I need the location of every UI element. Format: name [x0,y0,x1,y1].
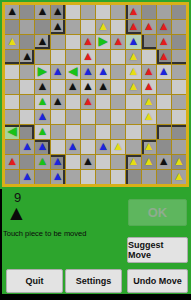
board-cell[interactable] [111,155,125,169]
board-cell[interactable] [111,20,125,34]
black-pawn: ▲ [6,5,18,17]
black-pawn: ▲ [52,5,64,17]
blue-pawn: ▲ [36,140,48,152]
board-cell[interactable] [142,125,156,139]
board-cell[interactable] [66,125,80,139]
ok-button[interactable]: OK [128,199,187,226]
board-frame: ▲▲▲▲▲▲▲▲▲▲▲▲▶▲▲▲▲▲▲▲▶▲◀▲▲▲▲▲▲▲▲▲▲▲▲▲▲▲▲▲… [2,2,189,187]
red-pawn: ▲ [82,95,94,107]
board-cell[interactable]: ▲ [66,140,80,154]
board-cell[interactable] [5,65,19,79]
board-cell[interactable]: ▲ [172,170,186,184]
blue-pawn: ▲ [97,140,109,152]
status-instruction: Touch piece to be moved [3,229,86,238]
black-pawn: ▲ [97,80,109,92]
black-pawn: ▲ [82,80,94,92]
yellow-pawn: ▲ [143,110,155,122]
red-pawn: ▲ [158,50,170,62]
board-cell[interactable]: ▲ [157,155,171,169]
board-cell[interactable] [111,95,125,109]
bottom-bar [0,294,191,300]
board-cell[interactable] [142,35,156,49]
board-cell[interactable] [51,50,65,64]
board-cell[interactable] [172,5,186,19]
board-cell[interactable]: ▲ [51,170,65,184]
yellow-pawn: ▲ [97,20,109,32]
red-pawn: ▲ [82,50,94,62]
board-cell[interactable] [96,125,110,139]
board-cell[interactable] [126,95,140,109]
red-pawn: ▲ [82,35,94,47]
board-cell[interactable] [20,125,34,139]
board-cell[interactable] [96,95,110,109]
board-cell[interactable] [157,5,171,19]
control-panel: 9 ▲ Touch piece to be moved OK Suggest M… [0,189,191,294]
board-cell[interactable]: ◀ [66,65,80,79]
board-cell[interactable]: ▲ [126,155,140,169]
board-cell[interactable] [172,140,186,154]
yellow-pawn: ▲ [127,50,139,62]
board-cell[interactable] [81,20,95,34]
board-cell[interactable]: ▲ [126,50,140,64]
board-cell[interactable] [35,170,49,184]
green-up-marker: ▲ [36,155,48,167]
green-up-marker: ▲ [36,95,48,107]
board-cell[interactable]: ▲ [81,155,95,169]
board-cell[interactable] [5,20,19,34]
red-pawn: ▲ [143,20,155,32]
yellow-pawn: ▲ [173,170,185,182]
board-cell[interactable]: ▲ [111,35,125,49]
suggest-move-button[interactable]: Suggest Move [127,237,188,263]
board-cell[interactable]: ▲ [81,95,95,109]
board-cell[interactable] [157,125,171,139]
blue-pawn: ▲ [97,65,109,77]
board-cell[interactable] [172,65,186,79]
green-left-arrow: ◀ [7,125,16,137]
blue-pawn: ▲ [52,65,64,77]
board-cell[interactable]: ▲ [142,95,156,109]
blue-pawn: ▲ [52,170,64,182]
board-cell[interactable]: ▲ [51,20,65,34]
board-cell[interactable] [5,95,19,109]
board-cell[interactable] [66,5,80,19]
blue-pawn: ▲ [21,140,33,152]
board-cell[interactable]: ▲ [35,35,49,49]
board-cell[interactable] [111,65,125,79]
board-cell[interactable]: ▲ [35,140,49,154]
board-cell[interactable]: ▲ [96,80,110,94]
black-pawn: ▲ [158,155,170,167]
yellow-pawn: ▲ [173,155,185,167]
board-cell[interactable] [111,5,125,19]
board-cell[interactable] [172,20,186,34]
board-cell[interactable]: ▲ [126,20,140,34]
board-cell[interactable] [126,140,140,154]
board-cell[interactable]: ▲ [96,65,110,79]
board-cell[interactable]: ▲ [142,155,156,169]
board-cell[interactable]: ▲ [172,155,186,169]
yellow-pawn: ▲ [127,155,139,167]
board-cell[interactable] [66,170,80,184]
board-cell[interactable] [66,110,80,124]
board-cell[interactable]: ▲ [5,35,19,49]
board-cell[interactable]: ◀ [5,125,19,139]
board-cell[interactable] [66,95,80,109]
board-cell[interactable] [20,65,34,79]
board-cell[interactable] [172,95,186,109]
board-cell[interactable] [51,35,65,49]
board-cell[interactable] [172,80,186,94]
board-cell[interactable] [35,20,49,34]
board-cell[interactable]: ▲ [35,95,49,109]
board-cell[interactable] [157,95,171,109]
board-cell[interactable]: ▲ [51,65,65,79]
board-cell[interactable] [111,125,125,139]
red-pawn: ▲ [6,155,18,167]
red-pawn: ▲ [143,80,155,92]
board-cell[interactable] [5,140,19,154]
board-cell[interactable] [51,125,65,139]
board-cell[interactable] [111,50,125,64]
board-cell[interactable] [172,35,186,49]
black-pawn: ▲ [67,80,79,92]
board-background: ▲▲▲▲▲▲▲▲▲▲▲▲▶▲▲▲▲▲▲▲▶▲◀▲▲▲▲▲▲▲▲▲▲▲▲▲▲▲▲▲… [0,0,191,189]
red-pawn: ▲ [112,35,124,47]
board-cell[interactable] [157,170,171,184]
yellow-pawn: ▲ [127,80,139,92]
board-cell[interactable]: ▲ [35,125,49,139]
board-cell[interactable] [20,95,34,109]
board-cell[interactable] [126,170,140,184]
board-cell[interactable]: ▶ [96,35,110,49]
board-cell[interactable] [5,170,19,184]
black-pawn-icon: ▲ [6,202,27,223]
board-cell[interactable] [96,110,110,124]
board-cell[interactable] [111,110,125,124]
blue-pawn: ▲ [82,65,94,77]
board-cell[interactable] [157,110,171,124]
black-pawn: ▲ [36,35,48,47]
board-cell[interactable] [20,20,34,34]
board-cell[interactable]: ▲ [20,50,34,64]
board-cell[interactable]: ▲ [35,5,49,19]
blue-pawn: ▲ [158,65,170,77]
board-cell[interactable]: ▲ [51,155,65,169]
board-cell[interactable] [5,80,19,94]
board-cell[interactable] [142,50,156,64]
board-cell[interactable] [51,110,65,124]
board-cell[interactable] [66,155,80,169]
board-cell[interactable]: ▲ [35,155,49,169]
black-pawn: ▲ [82,155,94,167]
blue-pawn: ▲ [127,35,139,47]
board-cell[interactable] [81,5,95,19]
board-cell[interactable]: ▲ [126,65,140,79]
board-cell[interactable]: ▲ [35,110,49,124]
board-cell[interactable] [126,110,140,124]
board-cell[interactable] [96,50,110,64]
board-cell[interactable]: ▲ [81,65,95,79]
board-cell[interactable]: ▲ [111,140,125,154]
board-cell[interactable]: ▲ [126,80,140,94]
board-cell[interactable]: ▲ [66,80,80,94]
board-cell[interactable] [96,170,110,184]
yellow-pawn: ▲ [127,65,139,77]
board-cell[interactable]: ▲ [96,20,110,34]
green-left-arrow: ◀ [68,65,77,77]
red-pawn: ▲ [127,5,139,17]
blue-pawn: ▲ [67,140,79,152]
blue-pawn: ▲ [52,155,64,167]
board-cell[interactable] [172,110,186,124]
board-cell[interactable]: ▲ [96,140,110,154]
board-cell[interactable] [142,5,156,19]
board-cell[interactable] [81,125,95,139]
board-cell[interactable]: ▲ [81,80,95,94]
board-cell[interactable] [81,170,95,184]
blue-pawn: ▲ [36,110,48,122]
board-cell[interactable] [126,125,140,139]
settings-button[interactable]: Settings [65,269,122,293]
board-cell[interactable]: ▲ [126,5,140,19]
board-cell[interactable]: ▲ [157,65,171,79]
board-cell[interactable] [142,170,156,184]
board-cell[interactable] [20,5,34,19]
halma-board: ▲▲▲▲▲▲▲▲▲▲▲▲▶▲▲▲▲▲▲▲▶▲◀▲▲▲▲▲▲▲▲▲▲▲▲▲▲▲▲▲… [5,5,186,184]
undo-move-button[interactable]: Undo Move [127,269,188,293]
red-pawn: ▲ [143,65,155,77]
board-cell[interactable]: ▲ [142,140,156,154]
yellow-pawn: ▲ [6,35,18,47]
board-cell[interactable]: ▲ [157,35,171,49]
red-pawn: ▲ [158,20,170,32]
board-cell[interactable] [111,80,125,94]
board-cell[interactable] [66,50,80,64]
board-cell[interactable]: ▲ [51,95,65,109]
board-cell[interactable]: ▲ [20,170,34,184]
yellow-pawn: ▲ [143,155,155,167]
green-up-marker: ▲ [36,125,48,137]
board-cell[interactable] [20,110,34,124]
board-cell[interactable] [20,80,34,94]
yellow-pawn: ▲ [112,140,124,152]
board-cell[interactable]: ▲ [142,65,156,79]
red-pawn: ▲ [158,35,170,47]
board-cell[interactable]: ▲ [142,110,156,124]
board-cell[interactable] [51,140,65,154]
board-cell[interactable]: ▲ [142,20,156,34]
board-cell[interactable] [157,80,171,94]
board-cell[interactable] [111,170,125,184]
board-cell[interactable]: ▲ [5,5,19,19]
board-cell[interactable]: ▲ [20,140,34,154]
board-cell[interactable] [35,50,49,64]
black-pawn: ▲ [21,50,33,62]
board-cell[interactable] [5,50,19,64]
board-cell[interactable] [66,35,80,49]
board-cell[interactable] [81,110,95,124]
black-pawn: ▲ [52,95,64,107]
board-cell[interactable]: ▲ [157,20,171,34]
board-cell[interactable] [20,155,34,169]
green-right-arrow: ▶ [38,65,47,77]
board-cell[interactable]: ▶ [35,65,49,79]
board-cell[interactable] [96,5,110,19]
board-cell[interactable]: ▲ [51,5,65,19]
black-pawn: ▲ [36,80,48,92]
black-pawn: ▲ [52,20,64,32]
yellow-pawn: ▲ [143,140,155,152]
blue-pawn: ▲ [21,170,33,182]
black-pawn: ▲ [36,5,48,17]
board-cell[interactable]: ▲ [81,35,95,49]
red-pawn: ▲ [127,20,139,32]
board-cell[interactable] [5,110,19,124]
board-cell[interactable] [172,125,186,139]
board-cell[interactable]: ▲ [126,35,140,49]
board-cell[interactable] [157,140,171,154]
board-cell[interactable]: ▲ [35,80,49,94]
board-cell[interactable] [20,35,34,49]
board-cell[interactable]: ▲ [81,50,95,64]
board-cell[interactable]: ▲ [5,155,19,169]
green-right-arrow: ▶ [98,35,107,47]
board-cell[interactable] [66,20,80,34]
board-cell[interactable] [172,50,186,64]
board-cell[interactable] [96,155,110,169]
board-cell[interactable] [51,80,65,94]
quit-button[interactable]: Quit [6,269,63,293]
board-cell[interactable]: ▲ [157,50,171,64]
yellow-pawn: ▲ [143,95,155,107]
board-cell[interactable]: ▲ [142,80,156,94]
board-cell[interactable] [81,140,95,154]
